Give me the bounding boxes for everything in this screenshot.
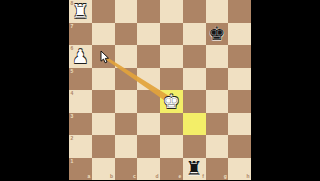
piece-white-king-e4[interactable]: ♚ xyxy=(160,90,183,113)
square-c7[interactable] xyxy=(115,23,138,46)
square-f1[interactable]: f♜ xyxy=(183,158,206,181)
square-a8[interactable]: 8♜ xyxy=(69,0,92,23)
square-d4[interactable] xyxy=(137,90,160,113)
square-b8[interactable] xyxy=(92,0,115,23)
file-label-c: c xyxy=(133,174,136,179)
square-c5[interactable] xyxy=(115,68,138,91)
square-g8[interactable] xyxy=(206,0,229,23)
square-e4[interactable]: ♚ xyxy=(160,90,183,113)
file-label-g: g xyxy=(224,174,227,179)
square-d5[interactable] xyxy=(137,68,160,91)
square-a4[interactable]: 4 xyxy=(69,90,92,113)
square-a2[interactable]: 2 xyxy=(69,135,92,158)
square-e3[interactable] xyxy=(160,113,183,136)
square-b4[interactable] xyxy=(92,90,115,113)
square-h6[interactable] xyxy=(228,45,251,68)
square-h7[interactable] xyxy=(228,23,251,46)
square-b3[interactable] xyxy=(92,113,115,136)
square-b5[interactable] xyxy=(92,68,115,91)
square-b6[interactable] xyxy=(92,45,115,68)
square-e5[interactable] xyxy=(160,68,183,91)
rank-label-3: 3 xyxy=(71,114,74,119)
square-f8[interactable] xyxy=(183,0,206,23)
rank-label-5: 5 xyxy=(71,69,74,74)
square-c3[interactable] xyxy=(115,113,138,136)
square-f3[interactable] xyxy=(183,113,206,136)
file-label-e: e xyxy=(178,174,181,179)
square-a6[interactable]: 6♟ xyxy=(69,45,92,68)
video-frame: 8♜7♚6♟54♚321abcdef♜gh xyxy=(0,0,320,180)
square-g5[interactable] xyxy=(206,68,229,91)
square-f4[interactable] xyxy=(183,90,206,113)
square-c2[interactable] xyxy=(115,135,138,158)
chessboard: 8♜7♚6♟54♚321abcdef♜gh xyxy=(69,0,251,180)
square-a1[interactable]: 1a xyxy=(69,158,92,181)
square-h2[interactable] xyxy=(228,135,251,158)
square-b7[interactable] xyxy=(92,23,115,46)
square-d7[interactable] xyxy=(137,23,160,46)
piece-white-pawn-a6[interactable]: ♟ xyxy=(69,45,92,68)
square-c1[interactable]: c xyxy=(115,158,138,181)
square-c8[interactable] xyxy=(115,0,138,23)
square-c4[interactable] xyxy=(115,90,138,113)
square-e6[interactable] xyxy=(160,45,183,68)
square-f6[interactable] xyxy=(183,45,206,68)
square-c6[interactable] xyxy=(115,45,138,68)
square-g1[interactable]: g xyxy=(206,158,229,181)
square-f7[interactable] xyxy=(183,23,206,46)
square-a3[interactable]: 3 xyxy=(69,113,92,136)
square-e1[interactable]: e xyxy=(160,158,183,181)
piece-black-king-g7[interactable]: ♚ xyxy=(206,23,229,46)
rank-label-2: 2 xyxy=(71,136,74,141)
square-a7[interactable]: 7 xyxy=(69,23,92,46)
square-a5[interactable]: 5 xyxy=(69,68,92,91)
file-label-h: h xyxy=(246,174,249,179)
square-g6[interactable] xyxy=(206,45,229,68)
square-e2[interactable] xyxy=(160,135,183,158)
rank-label-7: 7 xyxy=(71,24,74,29)
square-g3[interactable] xyxy=(206,113,229,136)
square-h1[interactable]: h xyxy=(228,158,251,181)
square-g4[interactable] xyxy=(206,90,229,113)
square-h5[interactable] xyxy=(228,68,251,91)
square-d8[interactable] xyxy=(137,0,160,23)
square-h8[interactable] xyxy=(228,0,251,23)
square-d6[interactable] xyxy=(137,45,160,68)
square-h4[interactable] xyxy=(228,90,251,113)
rank-label-4: 4 xyxy=(71,91,74,96)
piece-white-rook-a8[interactable]: ♜ xyxy=(69,0,92,23)
square-e7[interactable] xyxy=(160,23,183,46)
piece-black-rook-f1[interactable]: ♜ xyxy=(183,158,206,181)
square-f5[interactable] xyxy=(183,68,206,91)
file-label-b: b xyxy=(110,174,113,179)
square-e8[interactable] xyxy=(160,0,183,23)
square-f2[interactable] xyxy=(183,135,206,158)
square-g7[interactable]: ♚ xyxy=(206,23,229,46)
square-d1[interactable]: d xyxy=(137,158,160,181)
square-g2[interactable] xyxy=(206,135,229,158)
square-b1[interactable]: b xyxy=(92,158,115,181)
square-d3[interactable] xyxy=(137,113,160,136)
file-label-d: d xyxy=(155,174,158,179)
square-d2[interactable] xyxy=(137,135,160,158)
square-h3[interactable] xyxy=(228,113,251,136)
square-b2[interactable] xyxy=(92,135,115,158)
file-label-a: a xyxy=(87,174,90,179)
rank-label-1: 1 xyxy=(71,159,74,164)
